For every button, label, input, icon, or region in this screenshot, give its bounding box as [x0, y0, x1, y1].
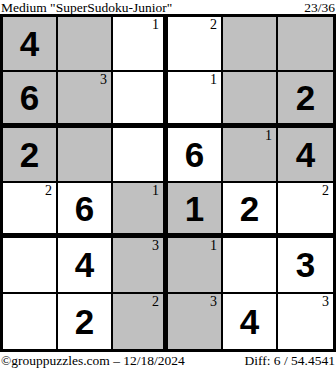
grid-cell-r4c4[interactable]: 1: [168, 183, 223, 238]
grid-cell-r1c4[interactable]: 2: [168, 17, 223, 72]
grid-cell-r1c1[interactable]: 4: [3, 17, 58, 72]
pencil-mark: 2: [45, 183, 52, 199]
footer-bar: ©grouppuzzles.com – 12/18/2024 Diff: 6 /…: [0, 352, 336, 370]
grid-cell-r3c3[interactable]: [113, 128, 168, 183]
grid-cell-r6c5[interactable]: 4: [223, 294, 278, 349]
grid-cell-r2c5[interactable]: [223, 72, 278, 127]
grid-cell-r4c6[interactable]: 2: [278, 183, 333, 238]
grid-cell-r1c6[interactable]: [278, 17, 333, 72]
grid-cell-r2c1[interactable]: 6: [3, 72, 58, 127]
pencil-mark: 3: [210, 294, 217, 310]
grid-cell-r1c2[interactable]: [58, 17, 113, 72]
given-digit: 6: [3, 72, 56, 122]
grid-cell-r5c3[interactable]: 3: [113, 238, 168, 293]
grid-cell-r6c6[interactable]: 3: [278, 294, 333, 349]
grid-cell-r1c3[interactable]: 1: [113, 17, 168, 72]
given-digit: 2: [58, 294, 111, 349]
pencil-mark: 1: [152, 183, 159, 199]
grid-cell-r2c4[interactable]: 1: [168, 72, 223, 127]
given-digit: 4: [278, 128, 333, 181]
pencil-mark: 2: [210, 17, 217, 33]
given-digit: 4: [58, 238, 111, 291]
pencil-mark: 1: [265, 128, 272, 144]
grid-cell-r5c2[interactable]: 4: [58, 238, 113, 293]
grid-cell-r2c6[interactable]: 2: [278, 72, 333, 127]
given-digit: 6: [58, 183, 111, 233]
page-title: Medium "SuperSudoku-Junior": [1, 1, 172, 14]
grid-cell-r3c4[interactable]: 6: [168, 128, 223, 183]
given-digit: 2: [278, 72, 333, 122]
pencil-mark: 1: [210, 72, 217, 88]
pencil-mark: 2: [152, 294, 159, 310]
grid-cell-r3c6[interactable]: 4: [278, 128, 333, 183]
pencil-mark: 3: [322, 294, 329, 310]
grid-cell-r3c2[interactable]: [58, 128, 113, 183]
grid-cell-r4c5[interactable]: 2: [223, 183, 278, 238]
grid-cell-r4c2[interactable]: 6: [58, 183, 113, 238]
difficulty-text: Diff: 6 / 54.4541: [245, 353, 336, 369]
given-digit: 3: [278, 238, 333, 291]
grid-cell-r6c4[interactable]: 3: [168, 294, 223, 349]
given-digit: 1: [168, 183, 221, 233]
grid-cell-r3c1[interactable]: 2: [3, 128, 58, 183]
grid-cell-r5c5[interactable]: [223, 238, 278, 293]
grid-cell-r2c2[interactable]: 3: [58, 72, 113, 127]
grid-cell-r1c5[interactable]: [223, 17, 278, 72]
grid-cell-r5c4[interactable]: 1: [168, 238, 223, 293]
grid-cell-r2c3[interactable]: [113, 72, 168, 127]
given-digit: 4: [223, 294, 276, 349]
grid-cell-r4c3[interactable]: 1: [113, 183, 168, 238]
pencil-mark: 2: [322, 183, 329, 199]
pencil-mark: 3: [100, 72, 107, 88]
given-digit: 6: [168, 128, 221, 181]
grid-cell-r6c3[interactable]: 2: [113, 294, 168, 349]
given-digit: 2: [3, 128, 56, 181]
puzzle-page: Medium "SuperSudoku-Junior" 23/36 412631…: [0, 0, 336, 370]
copyright-text: ©grouppuzzles.com – 12/18/2024: [1, 353, 185, 369]
grid-cell-r5c6[interactable]: 3: [278, 238, 333, 293]
grid-cell-r6c1[interactable]: [3, 294, 58, 349]
puzzle-counter: 23/36: [304, 1, 335, 14]
grid-cell-r3c5[interactable]: 1: [223, 128, 278, 183]
pencil-mark: 3: [152, 238, 159, 254]
grid-cell-r6c2[interactable]: 2: [58, 294, 113, 349]
header-bar: Medium "SuperSudoku-Junior" 23/36: [0, 0, 336, 14]
sudoku-grid: 41263122614261122431322343: [0, 14, 336, 352]
pencil-mark: 1: [210, 238, 217, 254]
grid-cell-r4c1[interactable]: 2: [3, 183, 58, 238]
grid-cell-r5c1[interactable]: [3, 238, 58, 293]
given-digit: 2: [223, 183, 276, 233]
given-digit: 4: [3, 17, 56, 70]
pencil-mark: 1: [152, 17, 159, 33]
